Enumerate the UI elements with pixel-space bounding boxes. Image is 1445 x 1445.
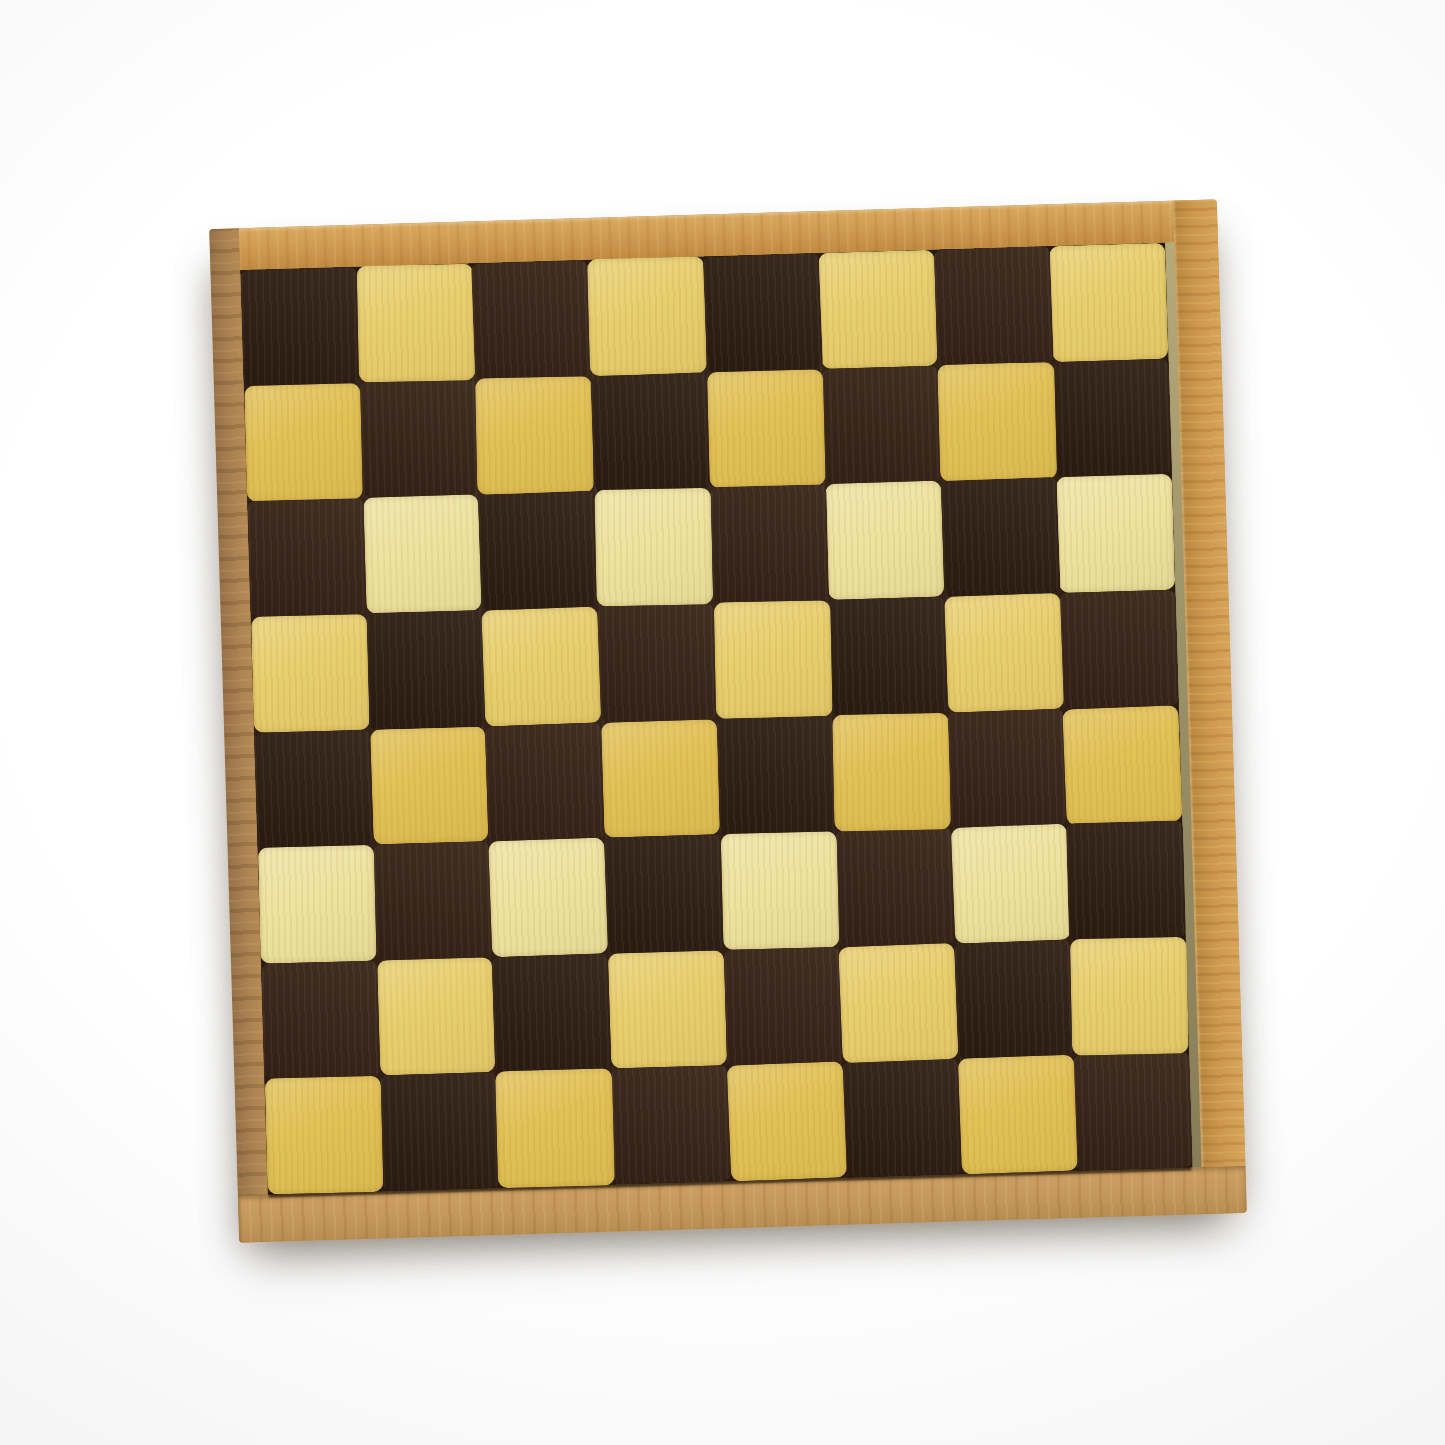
square-r6-c2[interactable] xyxy=(373,841,492,960)
square-r2-c7[interactable] xyxy=(937,362,1057,482)
square-r3-c3[interactable] xyxy=(478,491,598,611)
square-r7-c7[interactable] xyxy=(954,939,1074,1059)
square-r5-c3[interactable] xyxy=(485,722,605,842)
square-r6-c7[interactable] xyxy=(951,824,1071,944)
square-r3-c6[interactable] xyxy=(825,481,944,600)
square-r1-c3[interactable] xyxy=(471,260,591,380)
square-r2-c1[interactable] xyxy=(244,383,362,501)
square-r5-c5[interactable] xyxy=(716,715,836,835)
board-frame xyxy=(209,199,1247,1242)
square-r1-c7[interactable] xyxy=(934,246,1054,366)
square-r4-c2[interactable] xyxy=(366,610,486,730)
square-r4-c1[interactable] xyxy=(251,614,369,732)
square-r2-c6[interactable] xyxy=(822,365,941,484)
square-r5-c8[interactable] xyxy=(1063,705,1183,825)
square-r5-c6[interactable] xyxy=(832,712,951,831)
square-r3-c4[interactable] xyxy=(594,488,713,607)
square-r4-c3[interactable] xyxy=(482,606,602,726)
square-r1-c6[interactable] xyxy=(818,250,937,369)
square-r2-c2[interactable] xyxy=(359,379,478,498)
square-r3-c8[interactable] xyxy=(1056,474,1175,593)
square-r4-c7[interactable] xyxy=(944,593,1064,713)
square-r4-c6[interactable] xyxy=(829,596,948,715)
square-r8-c4[interactable] xyxy=(611,1066,730,1185)
square-r3-c7[interactable] xyxy=(940,477,1060,597)
square-r7-c5[interactable] xyxy=(724,947,842,1065)
photo-backdrop xyxy=(0,0,1445,1445)
square-r3-c5[interactable] xyxy=(710,485,828,603)
square-r7-c1[interactable] xyxy=(261,961,379,1079)
square-r6-c5[interactable] xyxy=(720,831,838,949)
square-r5-c4[interactable] xyxy=(601,719,720,838)
square-r5-c2[interactable] xyxy=(370,726,489,845)
square-r8-c7[interactable] xyxy=(958,1055,1078,1175)
board xyxy=(240,243,1192,1195)
square-r4-c4[interactable] xyxy=(597,603,716,722)
square-r1-c1[interactable] xyxy=(241,267,359,385)
square-r8-c2[interactable] xyxy=(380,1072,499,1191)
square-r7-c4[interactable] xyxy=(608,950,727,1069)
square-r8-c8[interactable] xyxy=(1073,1052,1192,1171)
square-r7-c6[interactable] xyxy=(838,943,958,1063)
square-r8-c1[interactable] xyxy=(265,1076,383,1194)
square-r6-c6[interactable] xyxy=(835,828,954,947)
square-r2-c4[interactable] xyxy=(590,372,710,492)
square-r5-c7[interactable] xyxy=(947,708,1067,828)
square-r4-c5[interactable] xyxy=(713,600,832,719)
square-r2-c3[interactable] xyxy=(475,376,594,495)
square-r2-c8[interactable] xyxy=(1053,358,1172,477)
square-r7-c3[interactable] xyxy=(492,953,612,1073)
square-r1-c5[interactable] xyxy=(702,253,822,373)
square-r6-c4[interactable] xyxy=(604,834,723,953)
square-r7-c2[interactable] xyxy=(377,957,496,1076)
square-r1-c2[interactable] xyxy=(356,264,475,383)
square-r1-c4[interactable] xyxy=(587,256,707,376)
square-r8-c3[interactable] xyxy=(495,1069,615,1189)
square-r7-c8[interactable] xyxy=(1070,937,1189,1056)
square-r3-c1[interactable] xyxy=(248,498,366,616)
square-r6-c1[interactable] xyxy=(258,845,376,963)
square-r4-c8[interactable] xyxy=(1060,590,1179,709)
square-r2-c5[interactable] xyxy=(706,369,824,487)
square-r5-c1[interactable] xyxy=(254,729,374,849)
square-r8-c5[interactable] xyxy=(726,1062,846,1182)
square-r1-c8[interactable] xyxy=(1049,243,1168,362)
square-r6-c3[interactable] xyxy=(488,838,608,958)
square-r3-c2[interactable] xyxy=(363,495,482,614)
square-r8-c6[interactable] xyxy=(842,1059,961,1178)
square-r6-c8[interactable] xyxy=(1066,820,1186,940)
